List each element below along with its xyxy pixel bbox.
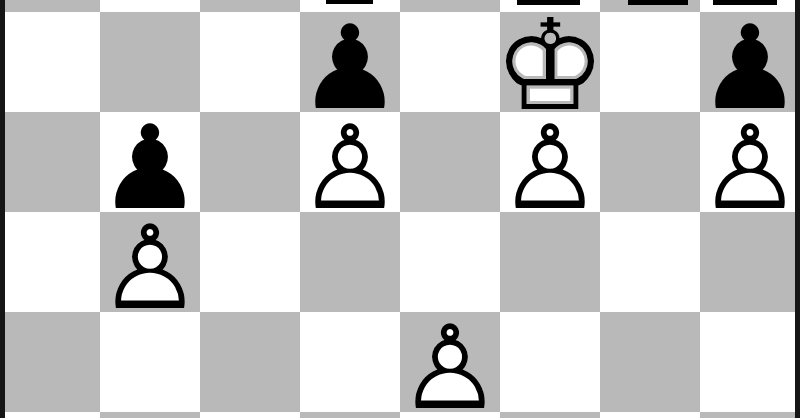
black-pawn-h6: ♟ (700, 12, 800, 112)
cropped-piece-f7 (517, 0, 580, 5)
square-g2 (600, 412, 700, 418)
chess-diagram: ♟♚♔♟♟♟♙♟♙♟♙♟♙♟♙ (0, 0, 800, 418)
cropped-piece-g7 (628, 0, 688, 5)
square-d2 (300, 412, 400, 418)
square-a4 (0, 212, 100, 312)
square-f3 (500, 312, 600, 412)
square-e4 (400, 212, 500, 312)
square-g5 (600, 112, 700, 212)
square-g3 (600, 312, 700, 412)
white-king-f6: ♚♔ (500, 12, 600, 112)
square-b3 (100, 312, 200, 412)
white-pawn-d5: ♟♙ (300, 112, 400, 212)
square-d6: ♟ (300, 12, 400, 112)
square-h3 (700, 312, 800, 412)
square-h6: ♟ (700, 12, 800, 112)
square-b4: ♟♙ (100, 212, 200, 312)
square-c6 (200, 12, 300, 112)
square-f4 (500, 212, 600, 312)
square-e3: ♟♙ (400, 312, 500, 412)
square-b5: ♟ (100, 112, 200, 212)
square-c2 (200, 412, 300, 418)
chess-board: ♟♚♔♟♟♟♙♟♙♟♙♟♙♟♙ (0, 0, 800, 418)
square-b2 (100, 412, 200, 418)
cropped-piece-d7 (326, 0, 373, 4)
square-e5 (400, 112, 500, 212)
square-d3 (300, 312, 400, 412)
square-c4 (200, 212, 300, 312)
white-pawn-f5: ♟♙ (500, 112, 600, 212)
square-f5: ♟♙ (500, 112, 600, 212)
cropped-pieces-layer (0, 0, 800, 12)
square-b6 (100, 12, 200, 112)
square-a2 (0, 412, 100, 418)
square-g6 (600, 12, 700, 112)
square-f6: ♚♔ (500, 12, 600, 112)
square-c3 (200, 312, 300, 412)
black-pawn-d6: ♟ (300, 12, 400, 112)
white-pawn-h5: ♟♙ (700, 112, 800, 212)
square-h5: ♟♙ (700, 112, 800, 212)
white-pawn-e3: ♟♙ (400, 312, 500, 412)
square-a3 (0, 312, 100, 412)
board-border-left (0, 0, 5, 418)
square-g4 (600, 212, 700, 312)
square-a6 (0, 12, 100, 112)
board-border-right (795, 0, 800, 418)
square-h2 (700, 412, 800, 418)
square-c5 (200, 112, 300, 212)
square-f2 (500, 412, 600, 418)
black-pawn-b5: ♟ (100, 112, 200, 212)
square-d4 (300, 212, 400, 312)
square-e2 (400, 412, 500, 418)
square-h4 (700, 212, 800, 312)
square-d5: ♟♙ (300, 112, 400, 212)
square-e6 (400, 12, 500, 112)
white-pawn-b4: ♟♙ (100, 212, 200, 312)
cropped-piece-h7 (713, 0, 777, 5)
square-a5 (0, 112, 100, 212)
